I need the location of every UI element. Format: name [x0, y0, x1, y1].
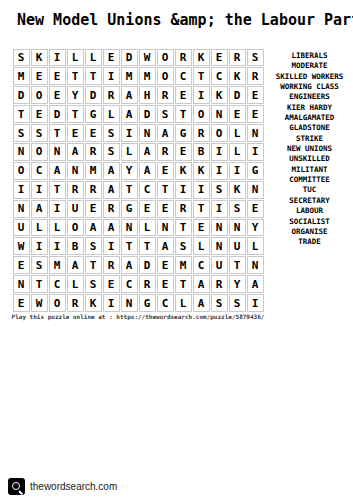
- grid-cell[interactable]: C: [121, 275, 138, 293]
- grid-cell[interactable]: E: [49, 67, 66, 85]
- grid-cell[interactable]: A: [121, 86, 138, 104]
- grid-cell[interactable]: O: [157, 67, 174, 85]
- grid-cell[interactable]: U: [13, 219, 30, 237]
- grid-cell[interactable]: T: [13, 105, 30, 123]
- grid-cell[interactable]: C: [193, 256, 210, 274]
- grid-cell[interactable]: K: [193, 49, 210, 67]
- word-list-item: SOCIALIST: [266, 217, 353, 227]
- grid-cell[interactable]: S: [175, 237, 192, 255]
- grid-cell[interactable]: O: [157, 49, 174, 67]
- grid-cell[interactable]: T: [139, 237, 156, 255]
- grid-cell[interactable]: N: [13, 275, 30, 293]
- word-list-item: ORGANISE: [266, 227, 353, 237]
- grid-cell[interactable]: T: [175, 275, 192, 293]
- grid-cell[interactable]: L: [175, 294, 192, 312]
- grid-cell[interactable]: A: [103, 162, 120, 180]
- grid-cell[interactable]: M: [13, 67, 30, 85]
- grid-cell[interactable]: W: [31, 294, 48, 312]
- grid-cell[interactable]: N: [121, 294, 138, 312]
- word-list-item: GLADSTONE: [266, 123, 353, 133]
- word-list-item: STRIKE: [266, 134, 353, 144]
- grid-cell[interactable]: R: [67, 294, 84, 312]
- grid-cell[interactable]: A: [121, 105, 138, 123]
- grid-cell[interactable]: R: [229, 49, 246, 67]
- grid-cell[interactable]: T: [193, 67, 210, 85]
- letter-grid: SKILLEDWORKERSMEETTIMMOCTCKRDOEYDRAHREIK…: [12, 48, 264, 312]
- grid-cell[interactable]: N: [13, 200, 30, 218]
- grid-cell[interactable]: Y: [121, 162, 138, 180]
- grid-cell[interactable]: L: [229, 143, 246, 161]
- grid-cell[interactable]: I: [49, 49, 66, 67]
- grid-cell[interactable]: S: [103, 143, 120, 161]
- word-list-item: LABOUR: [266, 206, 353, 216]
- grid-cell[interactable]: T: [193, 200, 210, 218]
- grid-cell[interactable]: I: [211, 200, 228, 218]
- grid-cell[interactable]: D: [139, 105, 156, 123]
- grid-cell[interactable]: A: [103, 219, 120, 237]
- grid-cell[interactable]: L: [103, 105, 120, 123]
- grid-cell[interactable]: T: [175, 219, 192, 237]
- grid-cell[interactable]: I: [175, 181, 192, 199]
- grid-cell[interactable]: G: [247, 162, 264, 180]
- grid-cell[interactable]: Y: [247, 219, 264, 237]
- site-name: thewordsearch.com: [30, 481, 117, 492]
- word-list-item: AMALGAMATED: [266, 113, 353, 123]
- grid-cell[interactable]: I: [49, 237, 66, 255]
- grid-cell[interactable]: T: [85, 256, 102, 274]
- grid-cell[interactable]: E: [157, 275, 174, 293]
- grid-cell[interactable]: S: [85, 275, 102, 293]
- grid-cell[interactable]: M: [175, 256, 192, 274]
- grid-cell[interactable]: T: [121, 237, 138, 255]
- grid-cell[interactable]: T: [49, 124, 66, 142]
- grid-cell[interactable]: K: [229, 67, 246, 85]
- grid-cell[interactable]: A: [193, 275, 210, 293]
- grid-cell[interactable]: E: [175, 143, 192, 161]
- word-list-item: MILITANT: [266, 165, 353, 175]
- grid-cell[interactable]: E: [85, 200, 102, 218]
- grid-cell[interactable]: C: [211, 67, 228, 85]
- grid-cell[interactable]: E: [49, 86, 66, 104]
- page-title: New Model Unions &amp; the Labour Part: [17, 11, 353, 29]
- word-list-item: TRADE: [266, 237, 353, 247]
- grid-cell[interactable]: O: [31, 143, 48, 161]
- grid-cell[interactable]: B: [193, 143, 210, 161]
- grid-cell[interactable]: Y: [67, 86, 84, 104]
- grid-cell[interactable]: L: [67, 275, 84, 293]
- word-search-page: { "game": "word-search", "title": "New M…: [0, 0, 353, 500]
- grid-cell[interactable]: I: [193, 86, 210, 104]
- grid-cell[interactable]: K: [211, 86, 228, 104]
- grid-cell[interactable]: O: [13, 162, 30, 180]
- grid-cell[interactable]: M: [139, 67, 156, 85]
- grid-cell[interactable]: K: [31, 49, 48, 67]
- grid-cell[interactable]: T: [229, 256, 246, 274]
- grid-cell[interactable]: A: [139, 143, 156, 161]
- grid-cell[interactable]: B: [67, 237, 84, 255]
- grid-cell[interactable]: S: [13, 124, 30, 142]
- grid-cell[interactable]: R: [211, 275, 228, 293]
- grid-cell[interactable]: I: [193, 181, 210, 199]
- grid-cell[interactable]: L: [85, 49, 102, 67]
- grid-cell[interactable]: I: [211, 162, 228, 180]
- grid-cell[interactable]: E: [31, 105, 48, 123]
- grid-cell[interactable]: A: [157, 124, 174, 142]
- grid-cell[interactable]: R: [247, 67, 264, 85]
- grid-cell[interactable]: I: [13, 181, 30, 199]
- word-list-item: TUC: [266, 185, 353, 195]
- grid-cell[interactable]: I: [103, 237, 120, 255]
- grid-cell[interactable]: N: [211, 237, 228, 255]
- grid-cell[interactable]: L: [229, 124, 246, 142]
- grid-cell[interactable]: O: [193, 105, 210, 123]
- grid-cell[interactable]: G: [85, 105, 102, 123]
- grid-cell[interactable]: D: [13, 86, 30, 104]
- grid-cell[interactable]: S: [85, 237, 102, 255]
- grid-cell[interactable]: G: [121, 200, 138, 218]
- grid-cell[interactable]: W: [139, 49, 156, 67]
- grid-cell[interactable]: A: [67, 143, 84, 161]
- grid-cell[interactable]: E: [211, 49, 228, 67]
- grid-cell[interactable]: T: [31, 275, 48, 293]
- grid-cell[interactable]: I: [229, 162, 246, 180]
- site-logo: [8, 478, 25, 495]
- grid-cell[interactable]: D: [121, 49, 138, 67]
- grid-cell[interactable]: K: [193, 162, 210, 180]
- grid-cell[interactable]: E: [13, 294, 30, 312]
- grid-cell[interactable]: I: [103, 294, 120, 312]
- grid-cell[interactable]: A: [31, 200, 48, 218]
- grid-cell[interactable]: E: [103, 275, 120, 293]
- grid-cell[interactable]: E: [247, 86, 264, 104]
- grid-cell[interactable]: E: [247, 200, 264, 218]
- word-list-item: SKILLED WORKERS: [266, 72, 353, 82]
- grid-cell[interactable]: R: [175, 200, 192, 218]
- grid-cell[interactable]: N: [49, 143, 66, 161]
- grid-cell[interactable]: A: [247, 275, 264, 293]
- grid-cell[interactable]: N: [247, 124, 264, 142]
- grid-cell[interactable]: C: [157, 294, 174, 312]
- word-list-item: SECRETARY: [266, 196, 353, 206]
- grid-cell[interactable]: N: [211, 219, 228, 237]
- grid-cell[interactable]: D: [229, 86, 246, 104]
- grid-cell[interactable]: R: [103, 86, 120, 104]
- grid-cell[interactable]: A: [157, 237, 174, 255]
- grid-cell[interactable]: D: [139, 256, 156, 274]
- grid-cell[interactable]: I: [31, 181, 48, 199]
- grid-cell[interactable]: R: [139, 275, 156, 293]
- grid-cell[interactable]: L: [67, 49, 84, 67]
- grid-cell[interactable]: U: [229, 237, 246, 255]
- grid-cell[interactable]: S: [229, 200, 246, 218]
- grid-cell[interactable]: A: [85, 219, 102, 237]
- grid-cell[interactable]: M: [49, 256, 66, 274]
- grid-cell[interactable]: K: [175, 162, 192, 180]
- grid-cell[interactable]: I: [247, 294, 264, 312]
- play-online-text: Play this puzzle online at : https://the…: [10, 313, 266, 320]
- grid-cell[interactable]: L: [49, 219, 66, 237]
- grid-cell[interactable]: E: [67, 124, 84, 142]
- grid-cell[interactable]: N: [247, 256, 264, 274]
- grid-cell[interactable]: E: [175, 86, 192, 104]
- grid-cell[interactable]: S: [31, 256, 48, 274]
- grid-cell[interactable]: O: [49, 294, 66, 312]
- word-list-item: NEW UNIONS: [266, 144, 353, 154]
- grid-cell[interactable]: A: [121, 256, 138, 274]
- grid-cell[interactable]: I: [121, 124, 138, 142]
- grid-cell[interactable]: O: [67, 219, 84, 237]
- grid-cell[interactable]: E: [85, 124, 102, 142]
- grid-cell[interactable]: A: [139, 162, 156, 180]
- grid-cell[interactable]: E: [139, 200, 156, 218]
- grid-cell[interactable]: S: [211, 181, 228, 199]
- grid-cell[interactable]: N: [139, 124, 156, 142]
- grid-cell[interactable]: C: [175, 67, 192, 85]
- grid-cell[interactable]: L: [121, 143, 138, 161]
- grid-cell[interactable]: L: [139, 219, 156, 237]
- grid-cell[interactable]: K: [229, 181, 246, 199]
- word-list-item: COMMITTEE: [266, 175, 353, 185]
- grid-cell[interactable]: R: [67, 181, 84, 199]
- grid-cell[interactable]: N: [13, 143, 30, 161]
- grid-cell[interactable]: T: [157, 181, 174, 199]
- grid-cell[interactable]: E: [229, 105, 246, 123]
- word-list-item: ENGINEERS: [266, 92, 353, 102]
- grid-cell[interactable]: A: [193, 294, 210, 312]
- magnifier-icon: [12, 482, 20, 490]
- grid-cell[interactable]: R: [175, 49, 192, 67]
- grid-cell[interactable]: R: [157, 86, 174, 104]
- grid-cell[interactable]: I: [247, 143, 264, 161]
- grid-cell[interactable]: R: [85, 181, 102, 199]
- grid-cell[interactable]: E: [103, 49, 120, 67]
- grid-cell[interactable]: R: [103, 256, 120, 274]
- grid-cell[interactable]: T: [67, 105, 84, 123]
- grid-cell[interactable]: S: [157, 105, 174, 123]
- grid-cell[interactable]: L: [247, 237, 264, 255]
- grid-cell[interactable]: S: [229, 294, 246, 312]
- grid-cell[interactable]: H: [139, 86, 156, 104]
- grid-cell[interactable]: R: [103, 200, 120, 218]
- grid-cell[interactable]: I: [103, 67, 120, 85]
- word-list-item: LIBERALS: [266, 51, 353, 61]
- magnifier-handle-icon: [18, 490, 22, 494]
- grid-cell[interactable]: N: [211, 105, 228, 123]
- grid-cell[interactable]: C: [139, 181, 156, 199]
- grid-cell[interactable]: E: [157, 256, 174, 274]
- grid-cell[interactable]: W: [13, 237, 30, 255]
- grid-cell[interactable]: A: [103, 181, 120, 199]
- grid-cell[interactable]: E: [13, 256, 30, 274]
- grid-cell[interactable]: E: [247, 105, 264, 123]
- grid-cell[interactable]: O: [211, 124, 228, 142]
- grid-cell[interactable]: U: [67, 200, 84, 218]
- grid-cell[interactable]: E: [157, 200, 174, 218]
- grid-cell[interactable]: N: [121, 219, 138, 237]
- grid-cell[interactable]: L: [31, 219, 48, 237]
- grid-cell[interactable]: I: [211, 143, 228, 161]
- grid-cell[interactable]: C: [49, 275, 66, 293]
- grid-cell[interactable]: N: [229, 219, 246, 237]
- grid-cell[interactable]: K: [85, 294, 102, 312]
- grid-cell[interactable]: E: [157, 162, 174, 180]
- grid-cell[interactable]: E: [31, 67, 48, 85]
- grid-cell[interactable]: S: [13, 49, 30, 67]
- grid-cell[interactable]: I: [49, 200, 66, 218]
- grid-cell[interactable]: T: [175, 105, 192, 123]
- grid-cell[interactable]: D: [49, 105, 66, 123]
- grid-cell[interactable]: N: [157, 219, 174, 237]
- grid-cell[interactable]: E: [193, 219, 210, 237]
- grid-cell[interactable]: S: [211, 294, 228, 312]
- grid-cell[interactable]: T: [67, 67, 84, 85]
- grid-cell[interactable]: O: [31, 86, 48, 104]
- word-list-item: UNSKILLED: [266, 154, 353, 164]
- grid-cell[interactable]: A: [67, 256, 84, 274]
- grid-cell[interactable]: M: [121, 67, 138, 85]
- grid-cell[interactable]: A: [49, 162, 66, 180]
- word-list-item: WORKING CLASS: [266, 82, 353, 92]
- grid-cell[interactable]: T: [85, 67, 102, 85]
- site-branding: thewordsearch.com: [8, 478, 117, 495]
- grid-cell[interactable]: S: [31, 124, 48, 142]
- grid-cell[interactable]: M: [85, 162, 102, 180]
- word-list-item: KIER HARDY: [266, 103, 353, 113]
- grid-cell[interactable]: S: [247, 49, 264, 67]
- grid-cell[interactable]: T: [121, 181, 138, 199]
- grid-cell[interactable]: L: [193, 237, 210, 255]
- grid-cell[interactable]: R: [85, 143, 102, 161]
- grid-cell[interactable]: Y: [229, 275, 246, 293]
- grid-cell[interactable]: G: [175, 124, 192, 142]
- grid-cell[interactable]: G: [139, 294, 156, 312]
- grid-cell[interactable]: S: [103, 124, 120, 142]
- grid-cell[interactable]: D: [85, 86, 102, 104]
- grid-cell[interactable]: N: [247, 181, 264, 199]
- grid-cell[interactable]: I: [31, 237, 48, 255]
- word-list-item: MODERATE: [266, 61, 353, 71]
- grid-cell[interactable]: U: [211, 256, 228, 274]
- word-list: LIBERALSMODERATESKILLED WORKERSWORKING C…: [266, 51, 353, 248]
- grid-cell[interactable]: C: [31, 162, 48, 180]
- grid-cell[interactable]: R: [193, 124, 210, 142]
- grid-cell[interactable]: R: [157, 143, 174, 161]
- grid-cell[interactable]: T: [49, 181, 66, 199]
- grid-cell[interactable]: N: [67, 162, 84, 180]
